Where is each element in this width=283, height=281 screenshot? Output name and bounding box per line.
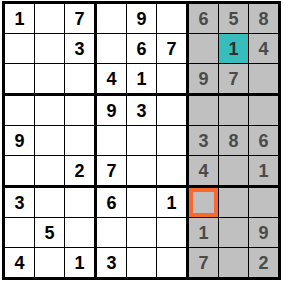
cell-r9c6[interactable] — [157, 248, 189, 277]
cell-r6c1[interactable] — [5, 156, 35, 188]
cell-r7c5[interactable] — [127, 188, 157, 218]
cell-r6c7[interactable]: 4 — [189, 156, 219, 188]
cell-r2c5[interactable]: 6 — [127, 34, 157, 64]
cell-r3c7[interactable]: 9 — [189, 64, 219, 96]
cell-r2c9[interactable]: 4 — [249, 34, 278, 64]
cell-r2c8[interactable]: 1 — [219, 34, 249, 64]
cell-r1c4[interactable] — [97, 4, 127, 34]
cell-r7c4[interactable]: 6 — [97, 188, 127, 218]
cell-r4c8[interactable] — [219, 96, 249, 126]
cell-r8c9[interactable]: 9 — [249, 218, 278, 248]
cell-r6c5[interactable] — [127, 156, 157, 188]
cell-r8c2[interactable]: 5 — [35, 218, 65, 248]
cell-r2c1[interactable] — [5, 34, 35, 64]
cell-r8c4[interactable] — [97, 218, 127, 248]
cell-r7c9[interactable] — [249, 188, 278, 218]
cell-r2c2[interactable] — [35, 34, 65, 64]
cell-r6c2[interactable] — [35, 156, 65, 188]
cell-r3c2[interactable] — [35, 64, 65, 96]
cell-r6c3[interactable]: 2 — [65, 156, 97, 188]
cell-r7c2[interactable] — [35, 188, 65, 218]
cell-r9c5[interactable] — [127, 248, 157, 277]
cell-r2c3[interactable]: 3 — [65, 34, 97, 64]
cell-r8c7[interactable]: 1 — [189, 218, 219, 248]
cell-r7c1[interactable]: 3 — [5, 188, 35, 218]
cell-r3c5[interactable]: 1 — [127, 64, 157, 96]
cell-r9c3[interactable]: 1 — [65, 248, 97, 277]
cell-r2c6[interactable]: 7 — [157, 34, 189, 64]
cell-r5c2[interactable] — [35, 126, 65, 156]
cell-r8c5[interactable] — [127, 218, 157, 248]
cell-r1c6[interactable] — [157, 4, 189, 34]
cell-r9c1[interactable]: 4 — [5, 248, 35, 277]
cell-r5c8[interactable]: 8 — [219, 126, 249, 156]
cell-r1c5[interactable]: 9 — [127, 4, 157, 34]
cell-r9c7[interactable]: 7 — [189, 248, 219, 277]
cell-r5c9[interactable]: 6 — [249, 126, 278, 156]
cell-r3c9[interactable] — [249, 64, 278, 96]
cell-r1c8[interactable]: 5 — [219, 4, 249, 34]
cell-r5c4[interactable] — [97, 126, 127, 156]
cell-r3c6[interactable] — [157, 64, 189, 96]
cell-r4c2[interactable] — [35, 96, 65, 126]
cell-r4c4[interactable]: 9 — [97, 96, 127, 126]
cell-r1c1[interactable]: 1 — [5, 4, 35, 34]
sudoku-board: 179658367144197939386274136151941372 — [2, 1, 281, 280]
cell-r4c5[interactable]: 3 — [127, 96, 157, 126]
cell-r1c7[interactable]: 6 — [189, 4, 219, 34]
cell-r4c7[interactable] — [189, 96, 219, 126]
cell-r5c3[interactable] — [65, 126, 97, 156]
cell-r5c5[interactable] — [127, 126, 157, 156]
cell-r5c1[interactable]: 9 — [5, 126, 35, 156]
cell-r3c3[interactable] — [65, 64, 97, 96]
cell-r6c4[interactable]: 7 — [97, 156, 127, 188]
cell-r7c3[interactable] — [65, 188, 97, 218]
cell-r7c7[interactable] — [189, 188, 219, 218]
cell-r4c6[interactable] — [157, 96, 189, 126]
cell-r1c9[interactable]: 8 — [249, 4, 278, 34]
cell-r4c1[interactable] — [5, 96, 35, 126]
cell-r8c8[interactable] — [219, 218, 249, 248]
cell-r2c7[interactable] — [189, 34, 219, 64]
cell-r6c9[interactable]: 1 — [249, 156, 278, 188]
cell-r8c1[interactable] — [5, 218, 35, 248]
cell-r7c6[interactable]: 1 — [157, 188, 189, 218]
cell-r9c8[interactable] — [219, 248, 249, 277]
cell-r9c2[interactable] — [35, 248, 65, 277]
cell-r5c7[interactable]: 3 — [189, 126, 219, 156]
cell-r6c8[interactable] — [219, 156, 249, 188]
cell-r3c1[interactable] — [5, 64, 35, 96]
cell-r7c8[interactable] — [219, 188, 249, 218]
cell-r4c9[interactable] — [249, 96, 278, 126]
cell-r6c6[interactable] — [157, 156, 189, 188]
cell-r8c3[interactable] — [65, 218, 97, 248]
cell-r3c8[interactable]: 7 — [219, 64, 249, 96]
cell-r4c3[interactable] — [65, 96, 97, 126]
cell-r1c2[interactable] — [35, 4, 65, 34]
cell-r5c6[interactable] — [157, 126, 189, 156]
cell-r8c6[interactable] — [157, 218, 189, 248]
cell-r9c9[interactable]: 2 — [249, 248, 278, 277]
cell-r3c4[interactable]: 4 — [97, 64, 127, 96]
cell-r1c3[interactable]: 7 — [65, 4, 97, 34]
cell-r9c4[interactable]: 3 — [97, 248, 127, 277]
cell-r2c4[interactable] — [97, 34, 127, 64]
